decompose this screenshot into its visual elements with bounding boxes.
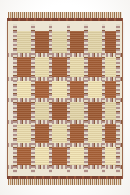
board-cell bbox=[35, 57, 49, 77]
board-cell bbox=[52, 57, 67, 77]
board-cell bbox=[52, 124, 67, 143]
rug-body bbox=[7, 21, 123, 176]
board-cell bbox=[70, 31, 84, 53]
grid-line-vertical bbox=[31, 24, 35, 173]
board-cell bbox=[52, 102, 67, 120]
board-cell bbox=[105, 57, 116, 77]
grid-line-vertical bbox=[49, 24, 53, 173]
board-cell bbox=[105, 147, 116, 165]
board-cell bbox=[35, 102, 49, 120]
board-cell bbox=[17, 147, 32, 165]
grid-line-horizontal bbox=[7, 165, 123, 169]
board-cell bbox=[105, 124, 116, 143]
board-cell bbox=[17, 57, 32, 77]
board-cell bbox=[88, 124, 102, 143]
board-cell bbox=[35, 124, 49, 143]
rug-product-photo bbox=[0, 0, 130, 195]
grid-line-vertical bbox=[102, 24, 106, 173]
board-cell bbox=[105, 31, 116, 53]
grid-line-horizontal bbox=[7, 143, 123, 147]
board-cell bbox=[88, 81, 102, 98]
grid-line-vertical bbox=[84, 24, 88, 173]
grid-line-horizontal bbox=[7, 120, 123, 124]
grid-line-vertical bbox=[67, 24, 71, 173]
board-cell bbox=[52, 31, 67, 53]
rug bbox=[7, 12, 123, 185]
board-cell bbox=[70, 102, 84, 120]
board-cell bbox=[17, 102, 32, 120]
grid-line-horizontal bbox=[7, 77, 123, 81]
grid-line-vertical bbox=[116, 24, 120, 173]
board-cell bbox=[35, 31, 49, 53]
board-cell bbox=[88, 57, 102, 77]
board-cell bbox=[105, 102, 116, 120]
grid-line-horizontal bbox=[7, 53, 123, 57]
grid-line-vertical bbox=[13, 24, 17, 173]
checker-field bbox=[7, 21, 123, 176]
board-cell bbox=[52, 147, 67, 165]
grid-line-horizontal bbox=[7, 98, 123, 102]
board-cell bbox=[70, 124, 84, 143]
board-cell bbox=[88, 147, 102, 165]
board-cell bbox=[17, 81, 32, 98]
board-cell bbox=[88, 102, 102, 120]
board-cell bbox=[35, 81, 49, 98]
board-cell bbox=[70, 81, 84, 98]
board-cell bbox=[70, 147, 84, 165]
board-cell bbox=[35, 147, 49, 165]
board-cell bbox=[17, 31, 32, 53]
board-cell bbox=[88, 31, 102, 53]
board-cell bbox=[70, 57, 84, 77]
fringe-bottom bbox=[8, 179, 122, 185]
board-cell bbox=[105, 81, 116, 98]
board-cell bbox=[52, 81, 67, 98]
board-cell bbox=[17, 124, 32, 143]
